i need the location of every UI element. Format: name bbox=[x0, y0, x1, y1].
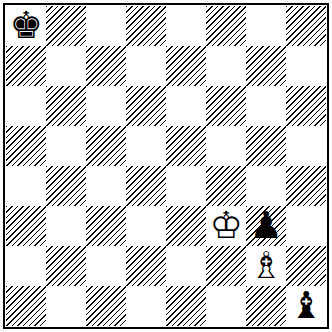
square-a5[interactable] bbox=[6, 126, 46, 166]
square-b8[interactable] bbox=[46, 6, 86, 46]
square-c3[interactable] bbox=[86, 206, 126, 246]
square-d4[interactable] bbox=[126, 166, 166, 206]
square-f2[interactable] bbox=[206, 246, 246, 286]
square-c1[interactable] bbox=[86, 286, 126, 326]
square-a6[interactable] bbox=[6, 86, 46, 126]
square-e1[interactable] bbox=[166, 286, 206, 326]
square-f6[interactable] bbox=[206, 86, 246, 126]
square-d5[interactable] bbox=[126, 126, 166, 166]
square-g4[interactable] bbox=[246, 166, 286, 206]
square-b1[interactable] bbox=[46, 286, 86, 326]
square-d7[interactable] bbox=[126, 46, 166, 86]
square-b7[interactable] bbox=[46, 46, 86, 86]
square-c8[interactable] bbox=[86, 6, 126, 46]
square-g1[interactable] bbox=[246, 286, 286, 326]
square-a4[interactable] bbox=[6, 166, 46, 206]
black-king-piece: ♚ bbox=[6, 6, 46, 46]
square-b6[interactable] bbox=[46, 86, 86, 126]
chessboard-frame: ♚♔♟♗♝ bbox=[3, 3, 329, 329]
square-c4[interactable] bbox=[86, 166, 126, 206]
square-f7[interactable] bbox=[206, 46, 246, 86]
square-f3[interactable]: ♔ bbox=[206, 206, 246, 246]
square-a1[interactable] bbox=[6, 286, 46, 326]
square-h5[interactable] bbox=[286, 126, 326, 166]
square-f4[interactable] bbox=[206, 166, 246, 206]
square-e5[interactable] bbox=[166, 126, 206, 166]
square-d2[interactable] bbox=[126, 246, 166, 286]
square-a7[interactable] bbox=[6, 46, 46, 86]
white-bishop-piece: ♗ bbox=[246, 246, 286, 286]
square-e8[interactable] bbox=[166, 6, 206, 46]
square-c6[interactable] bbox=[86, 86, 126, 126]
square-f8[interactable] bbox=[206, 6, 246, 46]
square-d6[interactable] bbox=[126, 86, 166, 126]
square-h1[interactable]: ♝ bbox=[286, 286, 326, 326]
square-g7[interactable] bbox=[246, 46, 286, 86]
square-e7[interactable] bbox=[166, 46, 206, 86]
square-f5[interactable] bbox=[206, 126, 246, 166]
square-h7[interactable] bbox=[286, 46, 326, 86]
square-e2[interactable] bbox=[166, 246, 206, 286]
square-g3[interactable]: ♟ bbox=[246, 206, 286, 246]
square-h4[interactable] bbox=[286, 166, 326, 206]
square-g8[interactable] bbox=[246, 6, 286, 46]
square-b5[interactable] bbox=[46, 126, 86, 166]
square-d1[interactable] bbox=[126, 286, 166, 326]
black-pawn-piece: ♟ bbox=[246, 206, 286, 246]
square-g5[interactable] bbox=[246, 126, 286, 166]
square-h8[interactable] bbox=[286, 6, 326, 46]
square-d8[interactable] bbox=[126, 6, 166, 46]
square-b3[interactable] bbox=[46, 206, 86, 246]
square-c2[interactable] bbox=[86, 246, 126, 286]
square-h3[interactable] bbox=[286, 206, 326, 246]
chessboard: ♚♔♟♗♝ bbox=[6, 6, 326, 326]
square-c7[interactable] bbox=[86, 46, 126, 86]
square-g2[interactable]: ♗ bbox=[246, 246, 286, 286]
square-a2[interactable] bbox=[6, 246, 46, 286]
square-h2[interactable] bbox=[286, 246, 326, 286]
square-a8[interactable]: ♚ bbox=[6, 6, 46, 46]
square-f1[interactable] bbox=[206, 286, 246, 326]
square-e3[interactable] bbox=[166, 206, 206, 246]
square-b4[interactable] bbox=[46, 166, 86, 206]
square-d3[interactable] bbox=[126, 206, 166, 246]
square-c5[interactable] bbox=[86, 126, 126, 166]
square-b2[interactable] bbox=[46, 246, 86, 286]
diagram-canvas: ♚♔♟♗♝ bbox=[0, 0, 332, 332]
square-e4[interactable] bbox=[166, 166, 206, 206]
square-g6[interactable] bbox=[246, 86, 286, 126]
square-h6[interactable] bbox=[286, 86, 326, 126]
black-bishop-piece: ♝ bbox=[286, 286, 326, 326]
square-a3[interactable] bbox=[6, 206, 46, 246]
square-e6[interactable] bbox=[166, 86, 206, 126]
white-king-piece: ♔ bbox=[206, 206, 246, 246]
